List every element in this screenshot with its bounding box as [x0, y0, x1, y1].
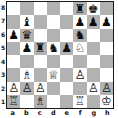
square-g8[interactable]: ♚	[87, 2, 100, 15]
file-label-b: b	[20, 110, 34, 118]
black-pawn: ♟	[74, 15, 85, 27]
square-b7[interactable]: ♝	[20, 15, 33, 28]
square-e3[interactable]	[60, 68, 73, 81]
square-a5[interactable]	[7, 42, 20, 55]
white-pawn: ♙	[35, 82, 46, 94]
file-label-h: h	[101, 110, 115, 118]
square-g2[interactable]: ♙	[87, 82, 100, 95]
square-c6[interactable]	[34, 29, 47, 42]
square-c4[interactable]	[34, 55, 47, 68]
white-rook: ♖	[74, 95, 85, 107]
square-c5[interactable]: ♜	[34, 42, 47, 55]
square-d4[interactable]	[47, 55, 60, 68]
square-d7[interactable]	[47, 15, 60, 28]
chess-board: ♜♚♝♟♟♟♟♛♞♟♜♞♟♘♗♕♙♙♙♙♙♙♖♗♖♔	[6, 1, 114, 109]
black-rook: ♜	[35, 42, 46, 54]
square-d2[interactable]	[47, 82, 60, 95]
black-queen: ♛	[21, 29, 32, 41]
black-rook: ♜	[74, 2, 85, 14]
square-a2[interactable]: ♙	[7, 82, 20, 95]
white-pawn: ♙	[21, 82, 32, 94]
square-e2[interactable]	[60, 82, 73, 95]
square-h4[interactable]	[100, 55, 113, 68]
square-b3[interactable]: ♗	[20, 68, 33, 81]
white-queen: ♕	[48, 68, 59, 80]
square-b8[interactable]	[20, 2, 33, 15]
square-e5[interactable]: ♟	[60, 42, 73, 55]
square-h8[interactable]	[100, 2, 113, 15]
file-label-d: d	[47, 110, 61, 118]
black-pawn: ♟	[88, 15, 99, 27]
square-f6[interactable]: ♞	[73, 29, 86, 42]
square-c8[interactable]	[34, 2, 47, 15]
square-b5[interactable]: ♟	[20, 42, 33, 55]
square-h6[interactable]	[100, 29, 113, 42]
square-a1[interactable]: ♖	[7, 95, 20, 108]
square-a8[interactable]	[7, 2, 20, 15]
black-pawn: ♟	[61, 42, 72, 54]
square-g4[interactable]	[87, 55, 100, 68]
square-d5[interactable]: ♞	[47, 42, 60, 55]
square-c1[interactable]: ♗	[34, 95, 47, 108]
square-f2[interactable]	[73, 82, 86, 95]
square-d8[interactable]	[47, 2, 60, 15]
square-e4[interactable]	[60, 55, 73, 68]
square-f4[interactable]	[73, 55, 86, 68]
file-label-a: a	[6, 110, 20, 118]
square-b2[interactable]: ♙	[20, 82, 33, 95]
file-label-f: f	[74, 110, 88, 118]
square-e8[interactable]	[60, 2, 73, 15]
square-b4[interactable]	[20, 55, 33, 68]
white-knight: ♘	[74, 42, 85, 54]
square-d6[interactable]	[47, 29, 60, 42]
white-pawn: ♙	[101, 82, 112, 94]
black-king: ♚	[88, 2, 99, 14]
square-d3[interactable]: ♕	[47, 68, 60, 81]
square-g3[interactable]	[87, 68, 100, 81]
black-pawn: ♟	[21, 42, 32, 54]
square-a6[interactable]: ♟	[7, 29, 20, 42]
file-label-c: c	[33, 110, 47, 118]
square-e1[interactable]	[60, 95, 73, 108]
square-e7[interactable]	[60, 15, 73, 28]
white-bishop: ♗	[21, 68, 32, 80]
square-h1[interactable]: ♔	[100, 95, 113, 108]
square-g7[interactable]: ♟	[87, 15, 100, 28]
square-f3[interactable]: ♙	[73, 68, 86, 81]
white-rook: ♖	[8, 95, 19, 107]
black-bishop: ♝	[21, 15, 32, 27]
square-b1[interactable]	[20, 95, 33, 108]
square-c7[interactable]	[34, 15, 47, 28]
square-a4[interactable]	[7, 55, 20, 68]
chess-diagram: 87654321 ♜♚♝♟♟♟♟♛♞♟♜♞♟♘♗♕♙♙♙♙♙♙♖♗♖♔ abcd…	[0, 0, 118, 118]
square-h7[interactable]: ♟	[100, 15, 113, 28]
square-g1[interactable]	[87, 95, 100, 108]
square-a3[interactable]	[7, 68, 20, 81]
black-pawn: ♟	[101, 15, 112, 27]
square-f8[interactable]: ♜	[73, 2, 86, 15]
square-d1[interactable]	[47, 95, 60, 108]
square-a7[interactable]	[7, 15, 20, 28]
square-b6[interactable]: ♛	[20, 29, 33, 42]
square-c3[interactable]	[34, 68, 47, 81]
white-pawn: ♙	[8, 82, 19, 94]
square-c2[interactable]: ♙	[34, 82, 47, 95]
square-h3[interactable]	[100, 68, 113, 81]
square-e6[interactable]	[60, 29, 73, 42]
square-g5[interactable]	[87, 42, 100, 55]
square-g6[interactable]	[87, 29, 100, 42]
black-knight: ♞	[74, 29, 85, 41]
file-labels: abcdefgh	[6, 110, 114, 118]
file-label-e: e	[60, 110, 74, 118]
white-king: ♔	[101, 95, 112, 107]
file-label-g: g	[87, 110, 101, 118]
square-h2[interactable]: ♙	[100, 82, 113, 95]
white-bishop: ♗	[35, 95, 46, 107]
square-f7[interactable]: ♟	[73, 15, 86, 28]
black-pawn: ♟	[8, 29, 19, 41]
black-knight: ♞	[48, 42, 59, 54]
square-h5[interactable]	[100, 42, 113, 55]
white-pawn: ♙	[74, 68, 85, 80]
white-pawn: ♙	[88, 82, 99, 94]
square-f1[interactable]: ♖	[73, 95, 86, 108]
square-f5[interactable]: ♘	[73, 42, 86, 55]
